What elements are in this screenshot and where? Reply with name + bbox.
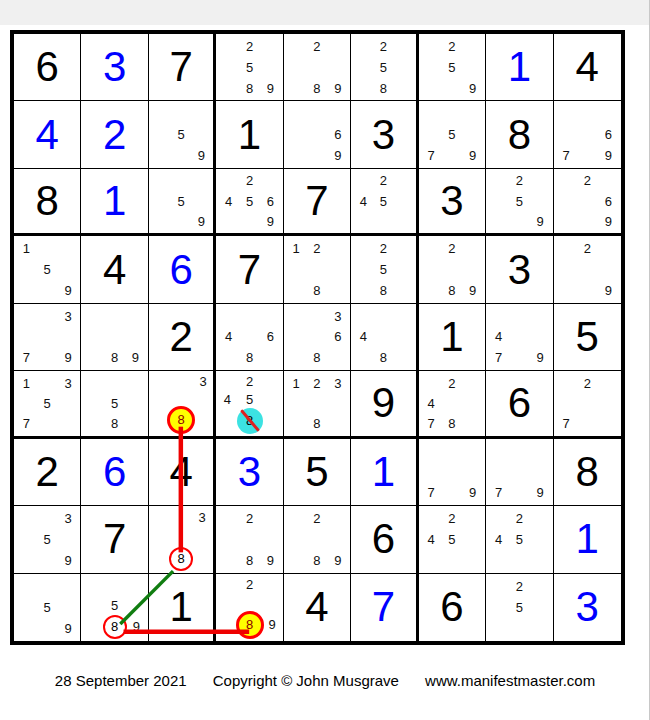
candidate-9: 9 — [64, 553, 71, 568]
cell-r9c1: 59 — [14, 574, 81, 641]
candidate-6: 6 — [334, 329, 341, 344]
cell-r4c3: 6 — [149, 236, 216, 303]
cell-r5c7: 1 — [419, 304, 486, 371]
cell-r8c7: 245 — [419, 506, 486, 573]
cell-r7c4: 3 — [216, 439, 283, 506]
candidate-9: 9 — [132, 350, 139, 365]
candidate-2: 2 — [516, 511, 523, 526]
candidates: 2478 — [421, 373, 483, 433]
cell-r1c5: 289 — [284, 34, 351, 101]
candidate-3: 3 — [64, 376, 71, 391]
cell-r9c6: 7 — [351, 574, 418, 641]
cell-r1c1: 6 — [14, 34, 81, 101]
candidate-2: 2 — [448, 376, 455, 391]
given-digit: 1 — [216, 101, 282, 167]
candidate-9: 9 — [605, 283, 612, 298]
candidate-5: 5 — [380, 262, 387, 277]
cell-r3c5: 7 — [284, 169, 351, 236]
candidate-4: 4 — [360, 194, 367, 209]
candidate-3: 3 — [334, 376, 341, 391]
given-digit: 7 — [216, 236, 282, 302]
cell-r4c2: 4 — [81, 236, 148, 303]
candidate-5: 5 — [448, 60, 455, 75]
cell-r2c6: 3 — [351, 101, 418, 168]
candidate-8-yellow-circle: 8 — [236, 611, 264, 639]
cell-r5c5: 368 — [284, 304, 351, 371]
candidates: 1238 — [286, 373, 348, 433]
candidates: 368 — [286, 306, 348, 368]
footer-copyright: Copyright © John Musgrave — [213, 672, 399, 689]
candidates: 38 — [151, 508, 211, 570]
solved-digit: 2 — [81, 101, 147, 167]
candidate-2: 2 — [246, 374, 253, 389]
candidate-5: 5 — [246, 392, 253, 407]
cell-r1c8: 1 — [486, 34, 553, 101]
cell-r3c3: 59 — [149, 169, 216, 236]
candidate-9: 9 — [605, 214, 612, 229]
candidate-4: 4 — [495, 329, 502, 344]
candidates: 468 — [218, 306, 280, 368]
candidate-5: 5 — [44, 396, 51, 411]
cell-r7c3: 4 — [149, 439, 216, 506]
cell-r8c1: 359 — [14, 506, 81, 573]
candidate-2: 2 — [584, 376, 591, 391]
candidate-1: 1 — [23, 241, 30, 256]
candidate-8: 8 — [380, 350, 387, 365]
candidate-1: 1 — [293, 376, 300, 391]
cell-r9c3: 1 — [149, 574, 216, 641]
candidate-7: 7 — [23, 416, 30, 431]
given-digit: 3 — [419, 169, 485, 233]
candidate-5: 5 — [44, 600, 51, 615]
candidate-8-red-circle: 8 — [103, 615, 127, 639]
candidates: 159 — [16, 238, 78, 300]
cell-r6c9: 27 — [554, 371, 621, 438]
sudoku-board: 6372589289258259144259169357986798159245… — [10, 30, 625, 645]
candidate-9: 9 — [269, 617, 276, 632]
cell-r5c4: 468 — [216, 304, 283, 371]
cell-r8c6: 6 — [351, 506, 418, 573]
candidates: 79 — [488, 441, 550, 503]
cell-r1c2: 3 — [81, 34, 148, 101]
candidates: 289 — [218, 576, 280, 639]
cell-r8c8: 245 — [486, 506, 553, 573]
cell-r2c1: 4 — [14, 101, 81, 168]
candidate-9: 9 — [267, 553, 274, 568]
footer: 28 September 2021 Copyright © John Musgr… — [0, 672, 650, 689]
solved-digit: 6 — [81, 439, 147, 505]
candidate-9: 9 — [469, 81, 476, 96]
given-digit: 4 — [149, 439, 213, 505]
candidate-5: 5 — [44, 262, 51, 277]
cell-r6c6: 9 — [351, 371, 418, 438]
candidate-8: 8 — [111, 350, 118, 365]
candidates: 38 — [151, 373, 211, 433]
candidate-9: 9 — [64, 350, 71, 365]
cell-r6c1: 1357 — [14, 371, 81, 438]
cell-r5c6: 48 — [351, 304, 418, 371]
solved-digit: 1 — [554, 506, 621, 572]
candidate-9: 9 — [537, 350, 544, 365]
candidates: 289 — [286, 508, 348, 570]
candidate-6: 6 — [605, 127, 612, 142]
candidate-2: 2 — [516, 579, 523, 594]
cell-r1c7: 259 — [419, 34, 486, 101]
candidate-1: 1 — [293, 241, 300, 256]
candidates: 79 — [421, 441, 483, 503]
candidates: 589 — [83, 576, 145, 639]
candidate-4: 4 — [495, 532, 502, 547]
cell-r4c6: 258 — [351, 236, 418, 303]
candidate-5: 5 — [380, 194, 387, 209]
candidate-2: 2 — [448, 39, 455, 54]
candidate-9: 9 — [334, 81, 341, 96]
cell-r7c5: 5 — [284, 439, 351, 506]
candidate-5: 5 — [246, 60, 253, 75]
candidates: 679 — [556, 103, 619, 165]
cell-r6c4: 2458 — [216, 371, 283, 438]
candidate-5: 5 — [448, 127, 455, 142]
given-digit: 4 — [81, 236, 147, 302]
candidate-2: 2 — [380, 173, 387, 188]
candidate-3: 3 — [334, 309, 341, 324]
candidate-5: 5 — [516, 194, 523, 209]
candidate-2: 2 — [313, 241, 320, 256]
cell-r4c4: 7 — [216, 236, 283, 303]
candidates: 59 — [151, 171, 211, 231]
cell-r7c2: 6 — [81, 439, 148, 506]
cell-r3c4: 24569 — [216, 169, 283, 236]
given-digit: 9 — [351, 371, 415, 435]
candidates: 245 — [488, 508, 550, 570]
candidate-3: 3 — [64, 511, 71, 526]
candidate-8: 8 — [313, 283, 320, 298]
candidates: 245 — [421, 508, 483, 570]
candidate-2: 2 — [313, 511, 320, 526]
candidates: 379 — [16, 306, 78, 368]
candidate-2: 2 — [246, 173, 253, 188]
candidate-2: 2 — [516, 173, 523, 188]
candidate-2: 2 — [246, 511, 253, 526]
candidate-2: 2 — [584, 173, 591, 188]
candidate-4: 4 — [427, 532, 434, 547]
candidates: 59 — [151, 103, 211, 165]
candidate-5: 5 — [177, 194, 184, 209]
cell-r2c3: 59 — [149, 101, 216, 168]
candidates: 69 — [286, 103, 348, 165]
given-digit: 7 — [284, 169, 350, 233]
footer-date: 28 September 2021 — [55, 672, 187, 689]
given-digit: 1 — [419, 304, 485, 370]
candidate-5: 5 — [246, 194, 253, 209]
cell-r2c4: 1 — [216, 101, 283, 168]
candidate-2: 2 — [448, 511, 455, 526]
candidate-6: 6 — [267, 329, 274, 344]
cell-r5c1: 379 — [14, 304, 81, 371]
candidate-8: 8 — [313, 416, 320, 431]
candidate-5: 5 — [516, 600, 523, 615]
candidate-7: 7 — [495, 485, 502, 500]
given-digit: 1 — [149, 574, 213, 641]
given-digit: 5 — [554, 304, 621, 370]
candidate-5: 5 — [111, 396, 118, 411]
cell-r1c3: 7 — [149, 34, 216, 101]
candidates: 269 — [556, 171, 619, 231]
cell-r3c9: 269 — [554, 169, 621, 236]
candidate-4: 4 — [224, 392, 231, 407]
solved-digit: 4 — [14, 101, 80, 167]
cell-r1c6: 258 — [351, 34, 418, 101]
candidate-6: 6 — [334, 127, 341, 142]
candidates: 58 — [83, 373, 145, 433]
cell-r5c2: 89 — [81, 304, 148, 371]
candidate-5: 5 — [111, 598, 118, 613]
candidate-8: 8 — [313, 553, 320, 568]
candidate-8: 8 — [380, 81, 387, 96]
candidate-5: 5 — [516, 532, 523, 547]
candidates: 27 — [556, 373, 619, 433]
candidate-2: 2 — [448, 241, 455, 256]
candidates: 1357 — [16, 373, 78, 433]
candidates: 48 — [353, 306, 413, 368]
candidates: 25 — [488, 576, 550, 639]
candidate-2: 2 — [380, 241, 387, 256]
cell-r7c7: 79 — [419, 439, 486, 506]
cell-r3c6: 245 — [351, 169, 418, 236]
candidate-8: 8 — [448, 283, 455, 298]
solved-digit: 3 — [554, 574, 621, 641]
cell-r9c4: 289 — [216, 574, 283, 641]
candidates: 2458 — [218, 373, 280, 433]
cell-r9c5: 4 — [284, 574, 351, 641]
candidate-8: 8 — [313, 81, 320, 96]
candidates: 128 — [286, 238, 348, 300]
candidate-4: 4 — [360, 329, 367, 344]
candidate-2: 2 — [584, 241, 591, 256]
candidate-5: 5 — [380, 60, 387, 75]
given-digit: 6 — [351, 506, 415, 572]
candidate-4: 4 — [427, 396, 434, 411]
cell-r8c4: 289 — [216, 506, 283, 573]
candidate-9: 9 — [64, 621, 71, 636]
candidate-7: 7 — [563, 148, 570, 163]
candidate-2: 2 — [246, 39, 253, 54]
candidate-9: 9 — [198, 214, 205, 229]
candidate-9: 9 — [469, 283, 476, 298]
candidates: 289 — [218, 508, 280, 570]
solved-digit: 6 — [149, 236, 213, 302]
cell-r2c9: 679 — [554, 101, 621, 168]
cell-r1c9: 4 — [554, 34, 621, 101]
cell-r8c9: 1 — [554, 506, 621, 573]
candidate-7: 7 — [563, 416, 570, 431]
candidate-7: 7 — [427, 416, 434, 431]
candidate-1: 1 — [23, 376, 30, 391]
candidate-7: 7 — [23, 350, 30, 365]
candidate-9: 9 — [469, 485, 476, 500]
candidate-6: 6 — [605, 194, 612, 209]
candidate-8: 8 — [313, 350, 320, 365]
candidate-4: 4 — [225, 329, 232, 344]
candidate-7: 7 — [495, 350, 502, 365]
cell-r7c6: 1 — [351, 439, 418, 506]
candidates: 59 — [16, 576, 78, 639]
cell-r2c2: 2 — [81, 101, 148, 168]
candidate-2: 2 — [313, 39, 320, 54]
given-digit: 7 — [81, 506, 147, 572]
cell-r6c5: 1238 — [284, 371, 351, 438]
solved-digit: 1 — [351, 439, 415, 505]
candidate-8: 8 — [246, 553, 253, 568]
given-digit: 5 — [284, 439, 350, 505]
solved-digit: 3 — [216, 439, 282, 505]
candidate-8-red-circle: 8 — [169, 547, 193, 571]
cell-r9c2: 589 — [81, 574, 148, 641]
cell-r3c8: 259 — [486, 169, 553, 236]
cell-r4c9: 29 — [554, 236, 621, 303]
candidate-2: 2 — [246, 577, 253, 592]
candidate-9: 9 — [198, 148, 205, 163]
candidate-8: 8 — [448, 416, 455, 431]
cell-r9c7: 6 — [419, 574, 486, 641]
top-band — [0, 0, 650, 25]
cell-r8c5: 289 — [284, 506, 351, 573]
candidate-8: 8 — [246, 81, 253, 96]
candidate-2: 2 — [313, 376, 320, 391]
cell-r8c3: 38 — [149, 506, 216, 573]
cell-r8c2: 7 — [81, 506, 148, 573]
candidate-9: 9 — [334, 553, 341, 568]
footer-website: www.manifestmaster.com — [425, 672, 595, 689]
candidate-9: 9 — [537, 485, 544, 500]
cell-r5c8: 479 — [486, 304, 553, 371]
cell-r7c8: 79 — [486, 439, 553, 506]
given-digit: 8 — [14, 169, 80, 233]
cell-r7c1: 2 — [14, 439, 81, 506]
given-digit: 8 — [486, 101, 552, 167]
candidates: 479 — [488, 306, 550, 368]
candidate-9: 9 — [469, 148, 476, 163]
solved-digit: 1 — [81, 169, 147, 233]
candidate-4: 4 — [225, 194, 232, 209]
candidates: 289 — [286, 36, 348, 98]
candidate-2: 2 — [380, 39, 387, 54]
candidate-5: 5 — [448, 532, 455, 547]
given-digit: 2 — [149, 304, 213, 370]
given-digit: 7 — [149, 34, 213, 100]
cell-r4c8: 3 — [486, 236, 553, 303]
candidate-8-yellow-circle: 8 — [167, 406, 195, 434]
candidates: 245 — [353, 171, 413, 231]
cell-r5c9: 5 — [554, 304, 621, 371]
solved-digit: 3 — [81, 34, 147, 100]
candidates: 579 — [421, 103, 483, 165]
candidates: 259 — [421, 36, 483, 98]
candidate-5: 5 — [44, 532, 51, 547]
candidates: 289 — [421, 238, 483, 300]
candidate-9: 9 — [334, 148, 341, 163]
cell-r3c1: 8 — [14, 169, 81, 236]
candidates: 258 — [353, 36, 413, 98]
cell-r9c8: 25 — [486, 574, 553, 641]
given-digit: 3 — [351, 101, 415, 167]
cell-r6c3: 38 — [149, 371, 216, 438]
candidate-8: 8 — [380, 283, 387, 298]
cell-r4c1: 159 — [14, 236, 81, 303]
cell-r2c8: 8 — [486, 101, 553, 168]
cell-r6c2: 58 — [81, 371, 148, 438]
given-digit: 6 — [14, 34, 80, 100]
cell-r7c9: 8 — [554, 439, 621, 506]
given-digit: 2 — [14, 439, 80, 505]
given-digit: 4 — [284, 574, 350, 641]
candidate-8: 8 — [111, 416, 118, 431]
candidates: 258 — [353, 238, 413, 300]
cell-r1c4: 2589 — [216, 34, 283, 101]
candidate-9: 9 — [537, 214, 544, 229]
candidate-9: 9 — [267, 81, 274, 96]
candidate-6: 6 — [267, 194, 274, 209]
candidates: 29 — [556, 238, 619, 300]
cell-r6c7: 2478 — [419, 371, 486, 438]
cell-r2c7: 579 — [419, 101, 486, 168]
given-digit: 6 — [486, 371, 552, 435]
candidate-3: 3 — [200, 374, 207, 389]
cell-r3c7: 3 — [419, 169, 486, 236]
solved-digit: 1 — [486, 34, 552, 100]
cell-r2c5: 69 — [284, 101, 351, 168]
candidate-7: 7 — [427, 148, 434, 163]
cell-r4c7: 289 — [419, 236, 486, 303]
candidates: 24569 — [218, 171, 280, 231]
given-digit: 3 — [486, 236, 552, 302]
candidates: 89 — [83, 306, 145, 368]
candidate-3: 3 — [199, 510, 206, 525]
candidate-5: 5 — [177, 127, 184, 142]
candidates: 2589 — [218, 36, 280, 98]
candidate-9: 9 — [133, 619, 140, 634]
candidate-7: 7 — [427, 485, 434, 500]
candidate-8-cyan-slash: 8 — [237, 408, 263, 434]
candidate-3: 3 — [64, 309, 71, 324]
candidates: 259 — [488, 171, 550, 231]
cell-r5c3: 2 — [149, 304, 216, 371]
candidate-9: 9 — [64, 283, 71, 298]
cell-r3c2: 1 — [81, 169, 148, 236]
candidates: 359 — [16, 508, 78, 570]
cell-r6c8: 6 — [486, 371, 553, 438]
given-digit: 8 — [554, 439, 621, 505]
cell-r4c5: 128 — [284, 236, 351, 303]
candidate-8: 8 — [246, 350, 253, 365]
candidate-9: 9 — [605, 148, 612, 163]
solved-digit: 7 — [351, 574, 415, 641]
given-digit: 4 — [554, 34, 621, 100]
candidate-9: 9 — [267, 214, 274, 229]
cell-r9c9: 3 — [554, 574, 621, 641]
given-digit: 6 — [419, 574, 485, 641]
